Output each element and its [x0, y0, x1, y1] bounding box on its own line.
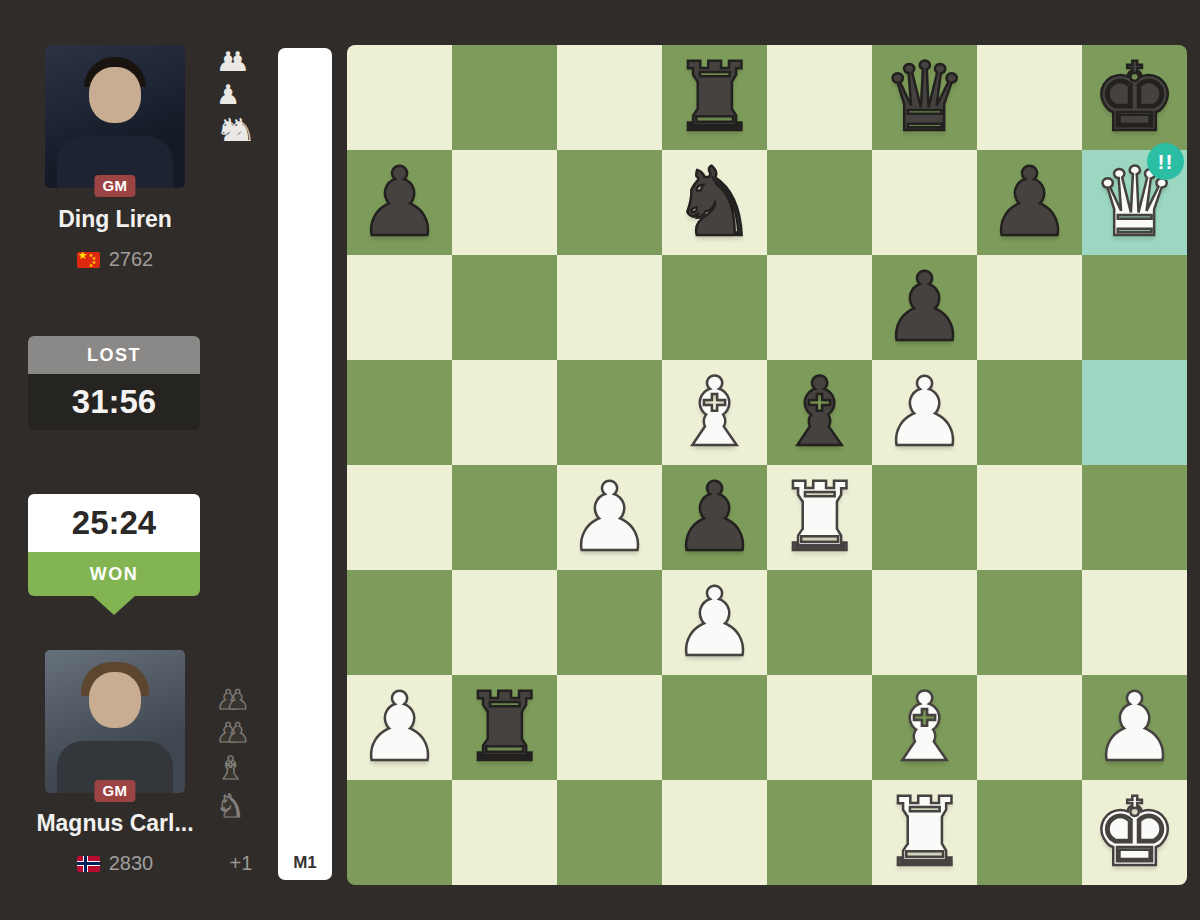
square-e7[interactable]: [767, 150, 872, 255]
square-c6[interactable]: [557, 255, 662, 360]
square-e8[interactable]: [767, 45, 872, 150]
square-b3[interactable]: [452, 570, 557, 675]
white-rook-f1[interactable]: ♜: [872, 780, 977, 885]
square-b4[interactable]: [452, 465, 557, 570]
square-f6[interactable]: ♟: [872, 255, 977, 360]
square-e5[interactable]: ♝: [767, 360, 872, 465]
black-king-h8[interactable]: ♚: [1082, 45, 1187, 150]
square-g4[interactable]: [977, 465, 1082, 570]
black-pawn-a7[interactable]: ♟: [347, 150, 452, 255]
square-b8[interactable]: [452, 45, 557, 150]
square-g8[interactable]: [977, 45, 1082, 150]
square-h5[interactable]: [1082, 360, 1187, 465]
white-pawn-d3[interactable]: ♟: [662, 570, 767, 675]
player-name-bottom[interactable]: Magnus Carl...: [15, 810, 215, 837]
captured-tray-top: ♟♟♟♞♞: [216, 48, 266, 152]
avatar-top-player[interactable]: GM: [45, 45, 185, 188]
square-e6[interactable]: [767, 255, 872, 360]
captured-piece-icon-n: ♞: [227, 114, 256, 146]
avatar-bottom-player[interactable]: GM: [45, 650, 185, 793]
captured-piece-icon-b: ♝: [216, 752, 245, 784]
white-king-h1[interactable]: ♚: [1082, 780, 1187, 885]
square-e2[interactable]: [767, 675, 872, 780]
square-h8[interactable]: ♚: [1082, 45, 1187, 150]
rating-bottom: 2830: [109, 852, 154, 875]
captured-tray-bottom: ♟♟♟♟♝♞: [216, 686, 266, 828]
square-d6[interactable]: [662, 255, 767, 360]
white-rook-e4[interactable]: ♜: [767, 465, 872, 570]
square-c7[interactable]: [557, 150, 662, 255]
square-d7[interactable]: ♞: [662, 150, 767, 255]
black-rook-d8[interactable]: ♜: [662, 45, 767, 150]
square-b1[interactable]: [452, 780, 557, 885]
avatar-face: [89, 67, 141, 123]
square-g1[interactable]: [977, 780, 1082, 885]
square-h4[interactable]: [1082, 465, 1187, 570]
square-g5[interactable]: [977, 360, 1082, 465]
square-d4[interactable]: ♟: [662, 465, 767, 570]
square-c3[interactable]: [557, 570, 662, 675]
gm-title-badge: GM: [94, 780, 135, 802]
white-pawn-a2[interactable]: ♟: [347, 675, 452, 780]
result-badge-won: WON: [28, 552, 200, 596]
square-d8[interactable]: ♜: [662, 45, 767, 150]
rating-row-bottom: 2830: [15, 852, 215, 875]
captured-piece-icon-n: ♞: [216, 790, 245, 822]
black-pawn-g7[interactable]: ♟: [977, 150, 1082, 255]
black-pawn-d4[interactable]: ♟: [662, 465, 767, 570]
evaluation-label: M1: [278, 853, 332, 873]
brilliant-move-badge: !!: [1147, 143, 1184, 180]
clock-time-top: 31:56: [28, 374, 200, 430]
black-queen-f8[interactable]: ♛: [872, 45, 977, 150]
square-c2[interactable]: [557, 675, 662, 780]
captured-group-n: ♞: [216, 790, 266, 822]
square-a6[interactable]: [347, 255, 452, 360]
white-bishop-f2[interactable]: ♝: [872, 675, 977, 780]
captured-group-b: ♝: [216, 752, 266, 784]
square-g2[interactable]: [977, 675, 1082, 780]
square-f5[interactable]: ♟: [872, 360, 977, 465]
square-b5[interactable]: [452, 360, 557, 465]
square-g7[interactable]: ♟: [977, 150, 1082, 255]
square-b2[interactable]: ♜: [452, 675, 557, 780]
avatar-photo: [45, 45, 185, 188]
captured-group-pp: ♟♟: [216, 719, 266, 746]
norway-flag-icon: [77, 856, 100, 872]
square-a7[interactable]: ♟: [347, 150, 452, 255]
square-f1[interactable]: ♜: [872, 780, 977, 885]
square-d3[interactable]: ♟: [662, 570, 767, 675]
white-bishop-d5[interactable]: ♝: [662, 360, 767, 465]
square-c4[interactable]: ♟: [557, 465, 662, 570]
square-e4[interactable]: ♜: [767, 465, 872, 570]
captured-group-pp: ♟♟: [216, 48, 266, 75]
square-a4[interactable]: [347, 465, 452, 570]
square-a3[interactable]: [347, 570, 452, 675]
player-name-top[interactable]: Ding Liren: [15, 206, 215, 233]
square-b7[interactable]: [452, 150, 557, 255]
rating-row-top: ★★★★★ 2762: [15, 248, 215, 271]
captured-piece-icon-p: ♟: [225, 719, 249, 746]
square-d5[interactable]: ♝: [662, 360, 767, 465]
avatar-photo: [45, 650, 185, 793]
evaluation-bar: M1: [278, 48, 332, 880]
captured-piece-icon-p: ♟: [216, 81, 240, 108]
clock-bottom: 25:24 WON: [28, 494, 200, 596]
square-c1[interactable]: [557, 780, 662, 885]
white-pawn-c4[interactable]: ♟: [557, 465, 662, 570]
square-c8[interactable]: [557, 45, 662, 150]
clock-time-bottom: 25:24: [28, 494, 200, 552]
square-f4[interactable]: [872, 465, 977, 570]
result-badge-lost: LOST: [28, 336, 200, 374]
captured-piece-icon-p: ♟: [225, 686, 249, 713]
square-e1[interactable]: [767, 780, 872, 885]
square-h3[interactable]: [1082, 570, 1187, 675]
white-pawn-h2[interactable]: ♟: [1082, 675, 1187, 780]
square-a8[interactable]: [347, 45, 452, 150]
captured-group-pp: ♟♟: [216, 686, 266, 713]
captured-piece-icon-p: ♟: [225, 48, 249, 75]
square-f2[interactable]: ♝: [872, 675, 977, 780]
white-pawn-f5[interactable]: ♟: [872, 360, 977, 465]
square-a1[interactable]: [347, 780, 452, 885]
square-g3[interactable]: [977, 570, 1082, 675]
avatar-face: [89, 672, 141, 728]
captured-group-p: ♟: [216, 81, 266, 108]
square-h7[interactable]: ♛!!: [1082, 150, 1187, 255]
gm-title-badge: GM: [94, 175, 135, 197]
black-rook-b2[interactable]: ♜: [452, 675, 557, 780]
black-bishop-e5[interactable]: ♝: [767, 360, 872, 465]
square-d1[interactable]: [662, 780, 767, 885]
rating-top: 2762: [109, 248, 154, 271]
square-c5[interactable]: [557, 360, 662, 465]
won-pointer-triangle: [93, 596, 135, 615]
chess-board[interactable]: ♜♛♚♟♞♟♛!!♟♝♝♟♟♟♜♟♟♜♝♟♜♚: [347, 45, 1187, 885]
material-advantage: +1: [216, 852, 266, 875]
square-b6[interactable]: [452, 255, 557, 360]
square-a2[interactable]: ♟: [347, 675, 452, 780]
square-d2[interactable]: [662, 675, 767, 780]
captured-group-nn: ♞♞: [216, 114, 266, 146]
square-f3[interactable]: [872, 570, 977, 675]
square-a5[interactable]: [347, 360, 452, 465]
china-flag-icon: ★★★★★: [77, 252, 100, 268]
black-knight-d7[interactable]: ♞: [662, 150, 767, 255]
square-f7[interactable]: [872, 150, 977, 255]
square-h6[interactable]: [1082, 255, 1187, 360]
square-h2[interactable]: ♟: [1082, 675, 1187, 780]
clock-top: LOST 31:56: [28, 336, 200, 430]
square-e3[interactable]: [767, 570, 872, 675]
black-pawn-f6[interactable]: ♟: [872, 255, 977, 360]
square-f8[interactable]: ♛: [872, 45, 977, 150]
square-h1[interactable]: ♚: [1082, 780, 1187, 885]
square-g6[interactable]: [977, 255, 1082, 360]
